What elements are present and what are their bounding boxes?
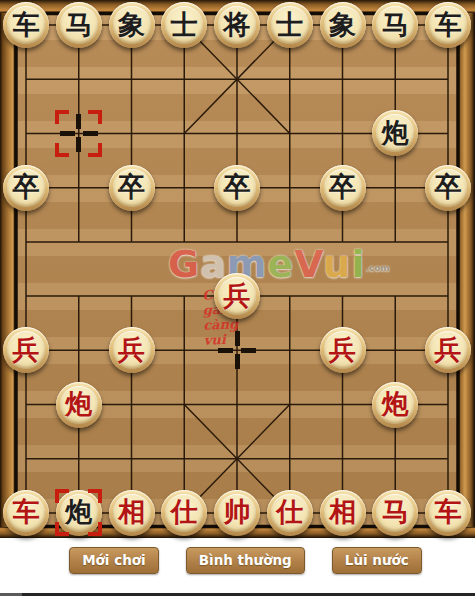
piece-character: 马 bbox=[376, 6, 414, 44]
piece-black-general[interactable]: 将 bbox=[214, 2, 260, 48]
piece-character: 仕 bbox=[271, 494, 309, 532]
piece-character: 卒 bbox=[113, 169, 151, 207]
piece-character: 炮 bbox=[376, 386, 414, 424]
piece-character: 卒 bbox=[7, 169, 45, 207]
move-origin-cross-marker bbox=[218, 331, 256, 369]
undo-move-button[interactable]: Lùi nước bbox=[332, 547, 422, 574]
piece-character: 将 bbox=[218, 6, 256, 44]
piece-red-soldier[interactable]: 兵 bbox=[214, 273, 260, 319]
piece-character: 兵 bbox=[113, 331, 151, 369]
piece-red-cannon[interactable]: 炮 bbox=[372, 382, 418, 428]
piece-red-soldier[interactable]: 兵 bbox=[109, 327, 155, 373]
piece-red-chariot[interactable]: 车 bbox=[3, 490, 49, 536]
piece-red-advisor[interactable]: 仕 bbox=[267, 490, 313, 536]
piece-black-soldier[interactable]: 卒 bbox=[109, 165, 155, 211]
piece-character: 马 bbox=[376, 494, 414, 532]
piece-character: 相 bbox=[113, 494, 151, 532]
game-controls: Mới chơi Bình thường Lùi nước bbox=[0, 547, 475, 574]
board-grid-lines bbox=[0, 0, 475, 538]
piece-character: 兵 bbox=[324, 331, 362, 369]
piece-black-chariot[interactable]: 车 bbox=[3, 2, 49, 48]
piece-character: 兵 bbox=[429, 331, 467, 369]
piece-black-soldier[interactable]: 卒 bbox=[320, 165, 366, 211]
piece-black-soldier[interactable]: 卒 bbox=[214, 165, 260, 211]
piece-black-horse[interactable]: 马 bbox=[372, 2, 418, 48]
piece-character: 帅 bbox=[218, 494, 256, 532]
piece-character: 车 bbox=[7, 6, 45, 44]
new-game-button[interactable]: Mới chơi bbox=[69, 547, 159, 574]
piece-red-soldier[interactable]: 兵 bbox=[320, 327, 366, 373]
piece-character: 车 bbox=[7, 494, 45, 532]
piece-character: 炮 bbox=[376, 114, 414, 152]
piece-black-horse[interactable]: 马 bbox=[56, 2, 102, 48]
piece-red-elephant[interactable]: 相 bbox=[109, 490, 155, 536]
divider-line bbox=[0, 593, 475, 596]
piece-red-horse[interactable]: 马 bbox=[372, 490, 418, 536]
piece-black-advisor[interactable]: 士 bbox=[161, 2, 207, 48]
difficulty-button[interactable]: Bình thường bbox=[186, 547, 305, 574]
piece-red-elephant[interactable]: 相 bbox=[320, 490, 366, 536]
piece-character: 象 bbox=[113, 6, 151, 44]
piece-character: 车 bbox=[429, 6, 467, 44]
piece-red-chariot[interactable]: 车 bbox=[425, 490, 471, 536]
xiangqi-board: GameVui.com Chơi game càng vui 车马象士将士象马车… bbox=[0, 0, 475, 538]
piece-character: 兵 bbox=[218, 277, 256, 315]
piece-black-elephant[interactable]: 象 bbox=[320, 2, 366, 48]
piece-character: 仕 bbox=[165, 494, 203, 532]
piece-red-advisor[interactable]: 仕 bbox=[161, 490, 207, 536]
piece-black-advisor[interactable]: 士 bbox=[267, 2, 313, 48]
piece-character: 象 bbox=[324, 6, 362, 44]
last-move-corner-brackets bbox=[55, 489, 102, 536]
piece-character: 卒 bbox=[429, 169, 467, 207]
piece-black-elephant[interactable]: 象 bbox=[109, 2, 155, 48]
piece-character: 相 bbox=[324, 494, 362, 532]
piece-character: 卒 bbox=[324, 169, 362, 207]
piece-red-cannon[interactable]: 炮 bbox=[56, 382, 102, 428]
piece-black-chariot[interactable]: 车 bbox=[425, 2, 471, 48]
piece-character: 车 bbox=[429, 494, 467, 532]
piece-character: 士 bbox=[165, 6, 203, 44]
piece-character: 炮 bbox=[60, 386, 98, 424]
piece-red-soldier[interactable]: 兵 bbox=[3, 327, 49, 373]
piece-black-soldier[interactable]: 卒 bbox=[425, 165, 471, 211]
last-move-corner-brackets bbox=[55, 110, 102, 157]
piece-red-general[interactable]: 帅 bbox=[214, 490, 260, 536]
piece-black-soldier[interactable]: 卒 bbox=[3, 165, 49, 211]
piece-character: 马 bbox=[60, 6, 98, 44]
piece-character: 卒 bbox=[218, 169, 256, 207]
piece-character: 兵 bbox=[7, 331, 45, 369]
piece-red-soldier[interactable]: 兵 bbox=[425, 327, 471, 373]
piece-character: 士 bbox=[271, 6, 309, 44]
